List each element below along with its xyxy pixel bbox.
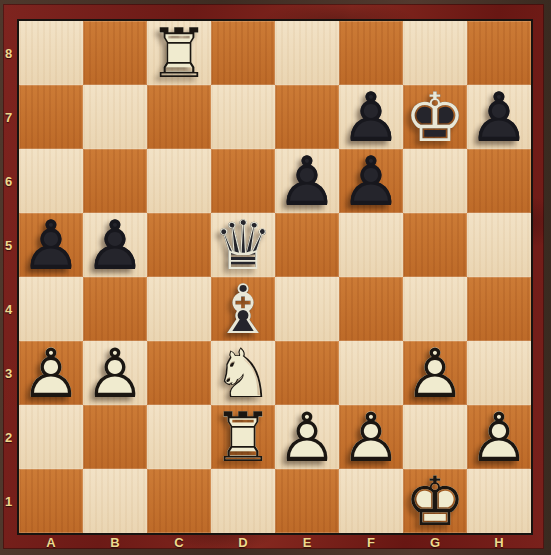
piece-white-pawn-b3[interactable]: ♟♙ [83, 341, 147, 405]
square-h6[interactable] [467, 149, 531, 213]
square-g1[interactable]: ♚♔ [403, 469, 467, 533]
square-b4[interactable] [83, 277, 147, 341]
white-pawn-fill-glyph: ♟ [83, 342, 147, 406]
white-rook-outline-glyph: ♖ [147, 22, 211, 86]
rank-label-4: 4 [0, 277, 17, 341]
square-g7[interactable]: ♚♔ [403, 85, 467, 149]
chess-board: ♜♖♟♙♚♔♟♙♟♙♟♙♟♙♟♙♛♕♝♗♟♙♟♙♞♘♟♙♜♖♟♙♟♙♟♙♚♔ [17, 19, 533, 535]
square-c4[interactable] [147, 277, 211, 341]
black-pawn-fill-glyph: ♟ [339, 86, 403, 150]
piece-black-pawn-h7[interactable]: ♟♙ [467, 85, 531, 149]
square-d4[interactable]: ♝♗ [211, 277, 275, 341]
black-queen-outline-glyph: ♕ [211, 214, 275, 278]
rank-label-3: 3 [0, 341, 17, 405]
square-a7[interactable] [19, 85, 83, 149]
file-label-g: G [403, 534, 467, 550]
piece-white-pawn-h2[interactable]: ♟♙ [467, 405, 531, 469]
chess-app-window: 87654321 ABCDEFGH ♜♖♟♙♚♔♟♙♟♙♟♙♟♙♟♙♛♕♝♗♟♙… [0, 0, 551, 555]
rank-label-8: 8 [0, 21, 17, 85]
black-queen-fill-glyph: ♛ [211, 214, 275, 278]
square-g6[interactable] [403, 149, 467, 213]
square-c6[interactable] [147, 149, 211, 213]
square-c5[interactable] [147, 213, 211, 277]
square-b8[interactable] [83, 21, 147, 85]
piece-black-queen-d5[interactable]: ♛♕ [211, 213, 275, 277]
square-h7[interactable]: ♟♙ [467, 85, 531, 149]
piece-black-pawn-a5[interactable]: ♟♙ [19, 213, 83, 277]
square-d7[interactable] [211, 85, 275, 149]
white-pawn-outline-glyph: ♙ [339, 406, 403, 470]
piece-white-pawn-a3[interactable]: ♟♙ [19, 341, 83, 405]
piece-black-pawn-b5[interactable]: ♟♙ [83, 213, 147, 277]
white-king-outline-glyph: ♔ [403, 470, 467, 534]
square-f8[interactable] [339, 21, 403, 85]
white-rook-outline-glyph: ♖ [211, 406, 275, 470]
square-e2[interactable]: ♟♙ [275, 405, 339, 469]
piece-white-rook-c8[interactable]: ♜♖ [147, 21, 211, 85]
white-king-fill-glyph: ♚ [403, 470, 467, 534]
white-rook-fill-glyph: ♜ [211, 406, 275, 470]
square-d6[interactable] [211, 149, 275, 213]
file-label-f: F [339, 534, 403, 550]
square-a3[interactable]: ♟♙ [19, 341, 83, 405]
square-f3[interactable] [339, 341, 403, 405]
square-h3[interactable] [467, 341, 531, 405]
piece-white-knight-d3[interactable]: ♞♘ [211, 341, 275, 405]
square-e8[interactable] [275, 21, 339, 85]
square-c8[interactable]: ♜♖ [147, 21, 211, 85]
piece-white-pawn-g3[interactable]: ♟♙ [403, 341, 467, 405]
black-king-fill-glyph: ♚ [403, 86, 467, 150]
black-pawn-fill-glyph: ♟ [275, 150, 339, 214]
square-a5[interactable]: ♟♙ [19, 213, 83, 277]
file-label-e: E [275, 534, 339, 550]
white-knight-outline-glyph: ♘ [211, 342, 275, 406]
square-d3[interactable]: ♞♘ [211, 341, 275, 405]
white-pawn-outline-glyph: ♙ [19, 342, 83, 406]
white-pawn-outline-glyph: ♙ [83, 342, 147, 406]
file-labels: ABCDEFGH [19, 534, 531, 550]
piece-black-king-g7[interactable]: ♚♔ [403, 85, 467, 149]
black-pawn-outline-glyph: ♙ [467, 86, 531, 150]
square-f1[interactable] [339, 469, 403, 533]
piece-black-pawn-e6[interactable]: ♟♙ [275, 149, 339, 213]
file-label-h: H [467, 534, 531, 550]
black-king-outline-glyph: ♔ [403, 86, 467, 150]
white-pawn-fill-glyph: ♟ [403, 342, 467, 406]
black-pawn-fill-glyph: ♟ [339, 150, 403, 214]
black-pawn-outline-glyph: ♙ [19, 214, 83, 278]
square-e5[interactable] [275, 213, 339, 277]
square-e4[interactable] [275, 277, 339, 341]
square-f4[interactable] [339, 277, 403, 341]
square-c3[interactable] [147, 341, 211, 405]
piece-white-rook-d2[interactable]: ♜♖ [211, 405, 275, 469]
white-pawn-outline-glyph: ♙ [275, 406, 339, 470]
white-knight-fill-glyph: ♞ [211, 342, 275, 406]
square-c1[interactable] [147, 469, 211, 533]
square-b2[interactable] [83, 405, 147, 469]
square-b5[interactable]: ♟♙ [83, 213, 147, 277]
square-f6[interactable]: ♟♙ [339, 149, 403, 213]
square-e7[interactable] [275, 85, 339, 149]
square-c2[interactable] [147, 405, 211, 469]
white-pawn-outline-glyph: ♙ [403, 342, 467, 406]
black-pawn-fill-glyph: ♟ [19, 214, 83, 278]
square-e3[interactable] [275, 341, 339, 405]
rank-label-7: 7 [0, 85, 17, 149]
square-h5[interactable] [467, 213, 531, 277]
square-b6[interactable] [83, 149, 147, 213]
square-h8[interactable] [467, 21, 531, 85]
file-label-a: A [19, 534, 83, 550]
square-h1[interactable] [467, 469, 531, 533]
white-pawn-fill-glyph: ♟ [467, 406, 531, 470]
rank-label-1: 1 [0, 469, 17, 533]
white-pawn-fill-glyph: ♟ [339, 406, 403, 470]
square-b1[interactable] [83, 469, 147, 533]
square-e6[interactable]: ♟♙ [275, 149, 339, 213]
square-d5[interactable]: ♛♕ [211, 213, 275, 277]
square-a4[interactable] [19, 277, 83, 341]
square-h2[interactable]: ♟♙ [467, 405, 531, 469]
black-pawn-fill-glyph: ♟ [83, 214, 147, 278]
black-pawn-outline-glyph: ♙ [339, 150, 403, 214]
piece-white-pawn-f2[interactable]: ♟♙ [339, 405, 403, 469]
piece-black-bishop-d4[interactable]: ♝♗ [211, 277, 275, 341]
square-a2[interactable] [19, 405, 83, 469]
rank-label-5: 5 [0, 213, 17, 277]
piece-white-king-g1[interactable]: ♚♔ [403, 469, 467, 533]
square-b3[interactable]: ♟♙ [83, 341, 147, 405]
piece-white-pawn-e2[interactable]: ♟♙ [275, 405, 339, 469]
piece-black-pawn-f6[interactable]: ♟♙ [339, 149, 403, 213]
square-g2[interactable] [403, 405, 467, 469]
white-pawn-fill-glyph: ♟ [19, 342, 83, 406]
square-d8[interactable] [211, 21, 275, 85]
square-f5[interactable] [339, 213, 403, 277]
square-c7[interactable] [147, 85, 211, 149]
square-d2[interactable]: ♜♖ [211, 405, 275, 469]
square-g3[interactable]: ♟♙ [403, 341, 467, 405]
square-e1[interactable] [275, 469, 339, 533]
black-pawn-outline-glyph: ♙ [83, 214, 147, 278]
square-b7[interactable] [83, 85, 147, 149]
square-h4[interactable] [467, 277, 531, 341]
rank-label-6: 6 [0, 149, 17, 213]
square-g5[interactable] [403, 213, 467, 277]
square-f2[interactable]: ♟♙ [339, 405, 403, 469]
black-pawn-outline-glyph: ♙ [275, 150, 339, 214]
rank-labels: 87654321 [0, 21, 17, 533]
square-g8[interactable] [403, 21, 467, 85]
white-rook-fill-glyph: ♜ [147, 22, 211, 86]
black-pawn-outline-glyph: ♙ [339, 86, 403, 150]
square-f7[interactable]: ♟♙ [339, 85, 403, 149]
black-bishop-outline-glyph: ♗ [211, 278, 275, 342]
square-a1[interactable] [19, 469, 83, 533]
piece-black-pawn-f7[interactable]: ♟♙ [339, 85, 403, 149]
file-label-d: D [211, 534, 275, 550]
white-pawn-fill-glyph: ♟ [275, 406, 339, 470]
white-pawn-outline-glyph: ♙ [467, 406, 531, 470]
square-a8[interactable] [19, 21, 83, 85]
rank-label-2: 2 [0, 405, 17, 469]
file-label-b: B [83, 534, 147, 550]
square-a6[interactable] [19, 149, 83, 213]
file-label-c: C [147, 534, 211, 550]
black-bishop-fill-glyph: ♝ [211, 278, 275, 342]
square-g4[interactable] [403, 277, 467, 341]
black-pawn-fill-glyph: ♟ [467, 86, 531, 150]
square-d1[interactable] [211, 469, 275, 533]
